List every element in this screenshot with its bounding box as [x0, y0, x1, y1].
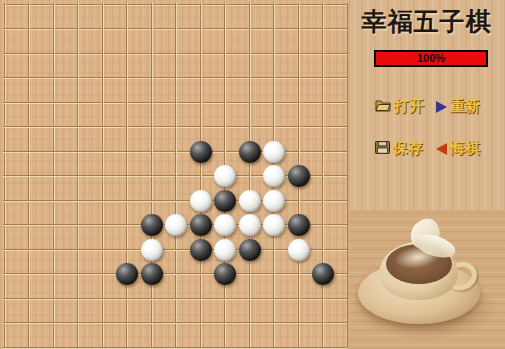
- white-stone: ○: [263, 214, 285, 236]
- stone-glyph: ●: [288, 214, 310, 236]
- black-stone: ●: [141, 214, 163, 236]
- black-stone: ●: [116, 263, 138, 285]
- stone-glyph: ●: [312, 263, 334, 285]
- stone-glyph: ○: [263, 190, 285, 212]
- stone-glyph: ○: [214, 239, 236, 261]
- black-stone: ●: [214, 190, 236, 212]
- stone-glyph: ●: [288, 165, 310, 187]
- black-stone: ●: [312, 263, 334, 285]
- white-stone: ○: [263, 190, 285, 212]
- black-stone: ●: [239, 239, 261, 261]
- coffee-cup-image: [348, 210, 505, 349]
- stone-glyph: ○: [141, 239, 163, 261]
- ai-progress-bar: 100%: [374, 50, 488, 67]
- black-stone: ●: [239, 141, 261, 163]
- white-stone: ○: [239, 190, 261, 212]
- white-stone: ○: [288, 239, 310, 261]
- white-stone: ○: [214, 165, 236, 187]
- app-title: 幸福五子棋: [348, 5, 505, 38]
- stone-glyph: ○: [263, 165, 285, 187]
- open-button[interactable]: 打开: [375, 97, 424, 116]
- save-disk-icon: [375, 140, 390, 158]
- stone-glyph: ●: [190, 239, 212, 261]
- stone-glyph: ○: [239, 190, 261, 212]
- white-stone: ○: [165, 214, 187, 236]
- stone-glyph: ●: [116, 263, 138, 285]
- white-stone: ○: [263, 165, 285, 187]
- stone-glyph: ●: [239, 141, 261, 163]
- black-stone: ●: [288, 165, 310, 187]
- stone-glyph: ●: [214, 190, 236, 212]
- stone-glyph: ○: [239, 214, 261, 236]
- stone-glyph: ●: [141, 214, 163, 236]
- gomoku-board[interactable]: ●●○○○●○●○○●○●○○○●○●○●○●●●●: [0, 0, 348, 349]
- undo-button[interactable]: 悔棋: [436, 139, 480, 158]
- progress-label: 100%: [376, 52, 486, 65]
- stone-glyph: ○: [190, 190, 212, 212]
- white-stone: ○: [141, 239, 163, 261]
- save-button[interactable]: 保存: [375, 139, 424, 158]
- white-stone: ○: [263, 141, 285, 163]
- stone-glyph: ○: [165, 214, 187, 236]
- white-stone: ○: [214, 214, 236, 236]
- black-stone: ●: [141, 263, 163, 285]
- play-triangle-icon: [436, 101, 447, 113]
- save-button-label: 保存: [393, 139, 423, 158]
- restart-button-label: 重新: [450, 97, 480, 116]
- stone-glyph: ●: [214, 263, 236, 285]
- white-stone: ○: [214, 239, 236, 261]
- undo-button-label: 悔棋: [450, 139, 480, 158]
- gomoku-app-window: ●●○○○●○●○○●○●○○○●○●○●○●●●● 幸福五子棋 100% 打开…: [0, 0, 505, 349]
- back-triangle-icon: [436, 143, 447, 155]
- white-stone: ○: [239, 214, 261, 236]
- black-stone: ●: [214, 263, 236, 285]
- black-stone: ●: [190, 141, 212, 163]
- stone-glyph: ●: [239, 239, 261, 261]
- stone-glyph: ●: [190, 214, 212, 236]
- sidebar: 幸福五子棋 100% 打开 重新: [348, 0, 505, 349]
- black-stone: ●: [190, 214, 212, 236]
- restart-button[interactable]: 重新: [436, 97, 480, 116]
- stone-glyph: ○: [263, 214, 285, 236]
- black-stone: ●: [288, 214, 310, 236]
- board-grid: ●●○○○●○●○○●○●○○○●○●○●○●●●●: [0, 0, 348, 349]
- button-panel: 打开 重新 保存 悔棋: [375, 97, 480, 158]
- stone-glyph: ○: [263, 141, 285, 163]
- open-button-label: 打开: [394, 97, 424, 116]
- stone-glyph: ●: [190, 141, 212, 163]
- black-stone: ●: [190, 239, 212, 261]
- stone-glyph: ○: [214, 165, 236, 187]
- stone-glyph: ○: [288, 239, 310, 261]
- white-stone: ○: [190, 190, 212, 212]
- stone-glyph: ○: [214, 214, 236, 236]
- open-folder-icon: [375, 98, 391, 116]
- stone-glyph: ●: [141, 263, 163, 285]
